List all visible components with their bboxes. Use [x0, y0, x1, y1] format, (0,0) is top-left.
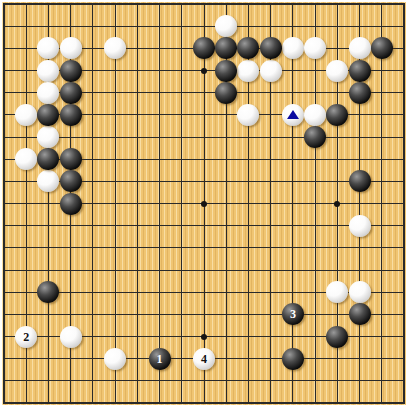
black-stone[interactable]: [282, 348, 304, 370]
white-stone[interactable]: [237, 60, 259, 82]
black-stone[interactable]: [215, 37, 237, 59]
white-stone[interactable]: [260, 60, 282, 82]
white-stone[interactable]: 2: [15, 326, 37, 348]
white-stone[interactable]: [326, 60, 348, 82]
grid-line-vertical: [315, 3, 316, 404]
black-stone[interactable]: 1: [149, 348, 171, 370]
black-stone[interactable]: [237, 37, 259, 59]
black-stone[interactable]: [60, 104, 82, 126]
black-stone[interactable]: [60, 148, 82, 170]
black-stone[interactable]: [260, 37, 282, 59]
white-stone[interactable]: [60, 37, 82, 59]
star-point: [201, 68, 207, 74]
black-stone[interactable]: [371, 37, 393, 59]
white-stone[interactable]: [37, 37, 59, 59]
black-stone[interactable]: [326, 326, 348, 348]
grid-line-horizontal: [3, 380, 405, 381]
white-stone[interactable]: [37, 60, 59, 82]
black-stone[interactable]: [215, 60, 237, 82]
black-stone[interactable]: [215, 82, 237, 104]
white-stone[interactable]: [326, 281, 348, 303]
white-stone[interactable]: [237, 104, 259, 126]
white-stone[interactable]: [282, 37, 304, 59]
black-stone[interactable]: [60, 60, 82, 82]
black-stone[interactable]: [60, 82, 82, 104]
white-stone[interactable]: [215, 15, 237, 37]
black-stone[interactable]: [60, 170, 82, 192]
triangle-marker-icon: [287, 110, 299, 119]
white-stone[interactable]: [37, 82, 59, 104]
black-stone[interactable]: [349, 60, 371, 82]
grid-line-horizontal: [3, 247, 405, 248]
white-stone[interactable]: [282, 104, 304, 126]
white-stone[interactable]: [349, 215, 371, 237]
black-stone[interactable]: [37, 281, 59, 303]
grid-line-vertical: [381, 3, 382, 404]
star-point: [201, 334, 207, 340]
white-stone[interactable]: [15, 148, 37, 170]
black-stone[interactable]: [349, 170, 371, 192]
black-stone[interactable]: [60, 193, 82, 215]
white-stone[interactable]: [304, 37, 326, 59]
white-stone[interactable]: [37, 126, 59, 148]
grid-line-horizontal: [3, 225, 405, 226]
black-stone[interactable]: [349, 82, 371, 104]
grid-line-horizontal: [3, 314, 405, 315]
move-number-label: 4: [201, 353, 207, 365]
black-stone[interactable]: [193, 37, 215, 59]
grid-line-horizontal: [3, 270, 405, 271]
white-stone[interactable]: [104, 348, 126, 370]
grid-line-horizontal: [3, 402, 405, 404]
white-stone[interactable]: [349, 37, 371, 59]
black-stone[interactable]: [37, 104, 59, 126]
white-stone[interactable]: 4: [193, 348, 215, 370]
white-stone[interactable]: [15, 104, 37, 126]
go-board-screenshot: 2431: [0, 0, 408, 407]
white-stone[interactable]: [349, 281, 371, 303]
go-board[interactable]: 2431: [2, 2, 406, 405]
black-stone[interactable]: 3: [282, 303, 304, 325]
move-number-label: 3: [290, 308, 296, 320]
grid-line-vertical: [403, 3, 405, 404]
black-stone[interactable]: [304, 126, 326, 148]
black-stone[interactable]: [37, 148, 59, 170]
move-number-label: 1: [157, 353, 163, 365]
black-stone[interactable]: [349, 303, 371, 325]
star-point: [201, 201, 207, 207]
grid-line-vertical: [292, 3, 293, 404]
black-stone[interactable]: [326, 104, 348, 126]
white-stone[interactable]: [60, 326, 82, 348]
move-number-label: 2: [23, 331, 29, 343]
white-stone[interactable]: [104, 37, 126, 59]
star-point: [334, 201, 340, 207]
white-stone[interactable]: [37, 170, 59, 192]
white-stone[interactable]: [304, 104, 326, 126]
